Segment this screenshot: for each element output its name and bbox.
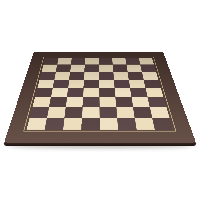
square-d7 [129, 80, 146, 88]
square-b4 [85, 65, 99, 72]
square-b7 [126, 65, 141, 72]
square-a3 [71, 58, 85, 65]
square-b8 [140, 65, 156, 72]
square-f4 [83, 97, 100, 107]
square-e5 [99, 88, 115, 97]
square-d6 [114, 80, 130, 88]
square-f1 [32, 97, 50, 107]
square-d1 [37, 80, 54, 88]
square-e1 [35, 88, 53, 97]
square-c2 [54, 72, 70, 80]
square-g3 [65, 107, 83, 118]
square-a6 [112, 58, 126, 65]
square-f3 [66, 97, 83, 107]
square-a4 [85, 58, 99, 65]
square-b5 [99, 65, 113, 72]
square-d3 [68, 80, 84, 88]
square-d8 [144, 80, 161, 88]
square-c5 [99, 72, 114, 80]
square-h7 [135, 118, 155, 130]
square-c6 [113, 72, 128, 80]
square-g7 [133, 107, 152, 118]
square-b1 [42, 65, 57, 72]
square-f6 [115, 97, 132, 107]
square-b2 [56, 65, 71, 72]
square-g4 [82, 107, 99, 118]
square-d5 [99, 80, 114, 88]
square-e8 [146, 88, 164, 97]
square-f2 [49, 97, 67, 107]
square-a2 [57, 58, 71, 65]
square-h8 [152, 118, 173, 130]
square-h4 [82, 118, 100, 130]
square-g2 [47, 107, 66, 118]
square-f8 [148, 97, 167, 107]
square-e7 [130, 88, 147, 97]
square-c3 [69, 72, 84, 80]
square-d2 [53, 80, 69, 88]
chess-board [4, 52, 196, 143]
square-a8 [139, 58, 154, 65]
square-f7 [132, 97, 150, 107]
square-h1 [27, 118, 47, 130]
square-h5 [100, 118, 118, 130]
square-a7 [125, 58, 140, 65]
square-a5 [99, 58, 113, 65]
square-g5 [100, 107, 117, 118]
board-grid [27, 58, 173, 130]
square-e6 [115, 88, 132, 97]
square-g8 [150, 107, 170, 118]
square-e2 [51, 88, 68, 97]
square-g6 [116, 107, 134, 118]
square-h6 [117, 118, 136, 130]
square-b6 [113, 65, 128, 72]
square-b3 [70, 65, 84, 72]
square-h3 [63, 118, 82, 130]
square-g1 [30, 107, 49, 118]
square-c8 [142, 72, 158, 80]
square-d4 [84, 80, 99, 88]
square-c1 [40, 72, 56, 80]
square-e4 [83, 88, 99, 97]
square-a1 [44, 58, 59, 65]
square-f5 [99, 97, 116, 107]
square-h2 [45, 118, 64, 130]
square-c7 [128, 72, 144, 80]
square-c4 [84, 72, 99, 80]
board-photo-stage [0, 0, 200, 200]
square-e3 [67, 88, 83, 97]
